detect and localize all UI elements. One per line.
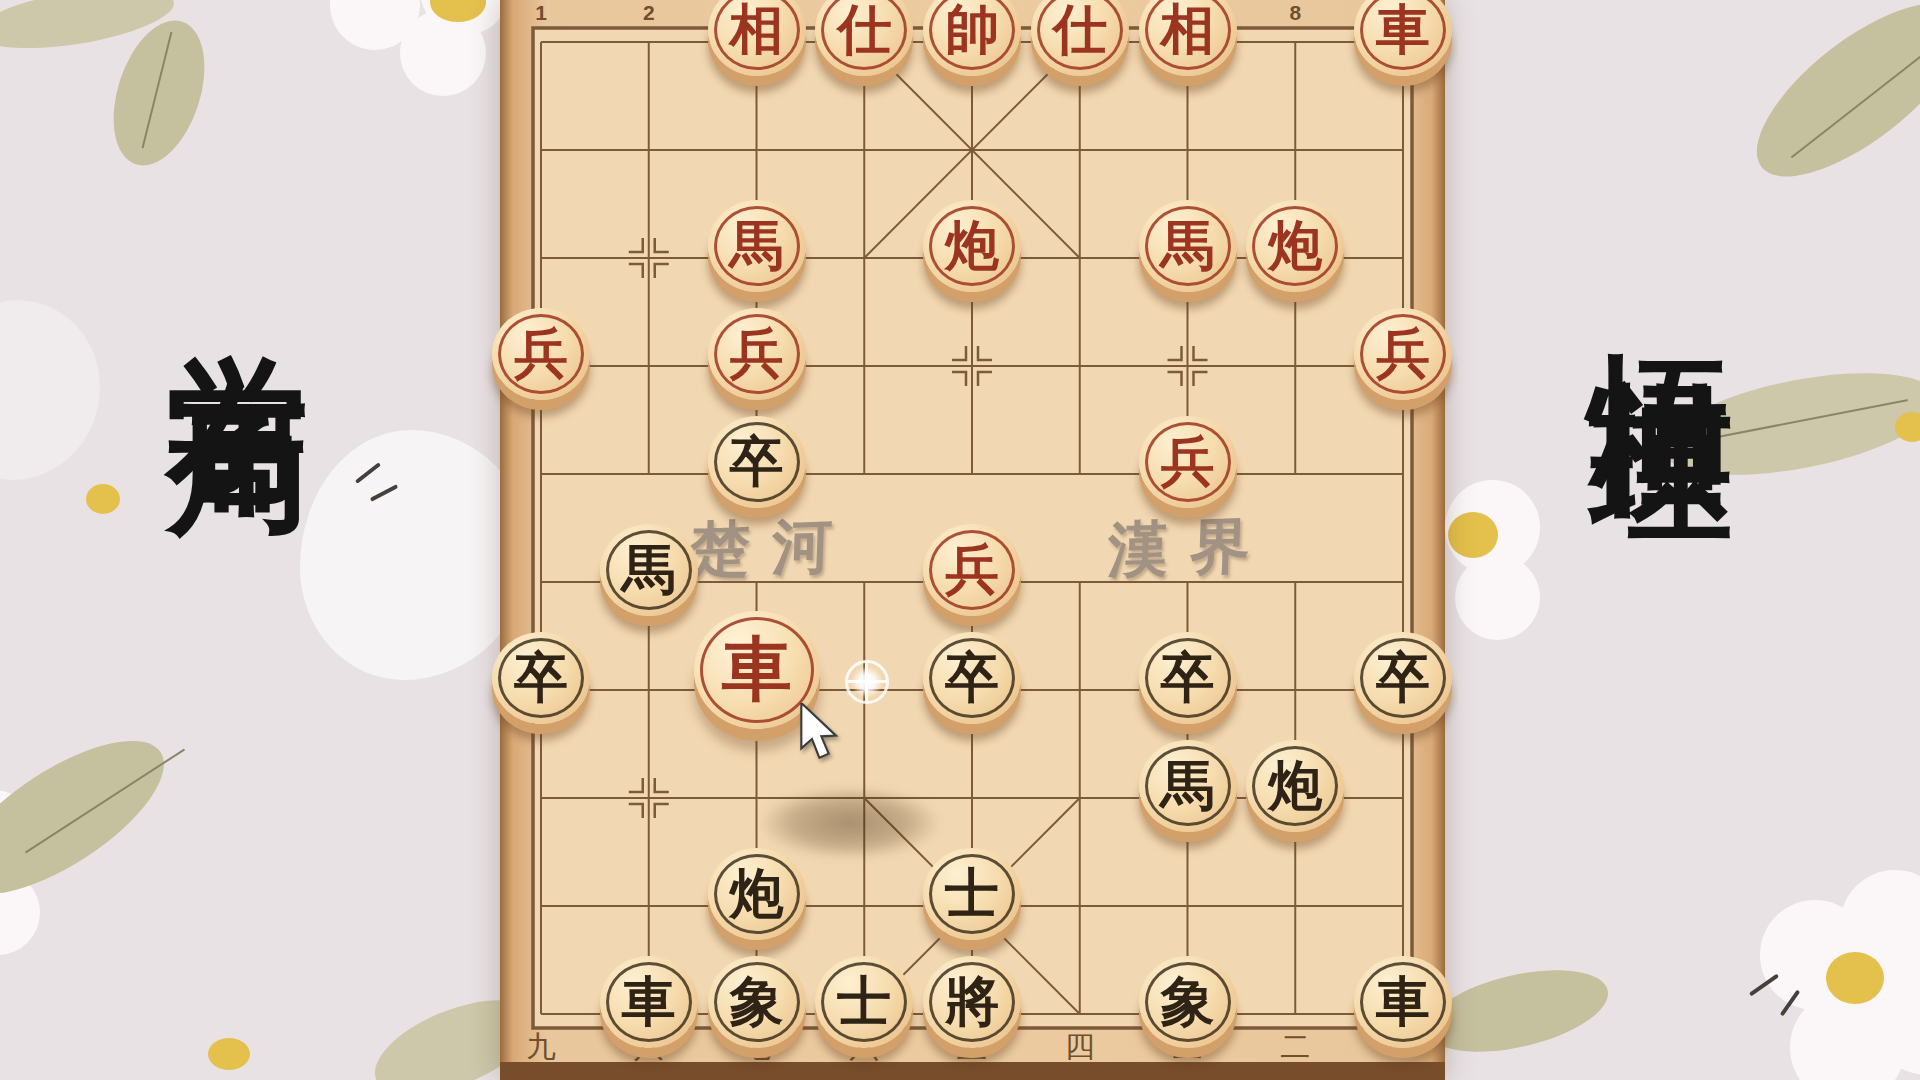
piece-glyph: 兵	[708, 308, 806, 400]
piece-red-仕[interactable]: 仕	[815, 0, 913, 76]
flower-center-dot	[1826, 952, 1884, 1004]
piece-glyph: 帥	[923, 0, 1021, 76]
piece-red-車[interactable]: 車	[1354, 0, 1452, 76]
piece-black-卒[interactable]: 卒	[1354, 632, 1452, 724]
piece-glyph: 卒	[923, 632, 1021, 724]
piece-glyph: 兵	[1354, 308, 1452, 400]
piece-glyph: 炮	[708, 848, 806, 940]
mouse-cursor-icon	[800, 703, 840, 759]
file-label-bottom-8: 二	[1280, 1027, 1310, 1068]
piece-red-相[interactable]: 相	[1139, 0, 1237, 76]
leaf-decoration	[1731, 0, 1920, 206]
piece-glyph: 車	[1354, 956, 1452, 1048]
piece-glyph: 炮	[1246, 740, 1344, 832]
piece-glyph: 仕	[815, 0, 913, 76]
yellow-dot	[208, 1038, 250, 1070]
screenshot-stage: 学布局 悟棋理 楚河 漢界 123456789九八七六五四三二一 相 仕 帥 仕…	[0, 0, 1920, 1080]
piece-black-士[interactable]: 士	[923, 848, 1021, 940]
piece-glyph: 卒	[708, 416, 806, 508]
piece-red-馬[interactable]: 馬	[1139, 200, 1237, 292]
piece-red-兵[interactable]: 兵	[923, 524, 1021, 616]
piece-red-炮[interactable]: 炮	[923, 200, 1021, 292]
piece-red-兵[interactable]: 兵	[1354, 308, 1452, 400]
piece-glyph: 車	[1354, 0, 1452, 76]
right-title: 悟棋理	[1592, 238, 1734, 322]
flower-center-dot	[1448, 512, 1498, 558]
river-text-right: 漢界	[1106, 505, 1273, 592]
piece-red-兵[interactable]: 兵	[1139, 416, 1237, 508]
piece-glyph: 將	[923, 956, 1021, 1048]
piece-glyph: 馬	[1139, 740, 1237, 832]
file-label-top-2: 2	[643, 1, 655, 25]
piece-black-炮[interactable]: 炮	[708, 848, 806, 940]
left-title: 学布局	[168, 238, 310, 322]
piece-black-象[interactable]: 象	[708, 956, 806, 1048]
file-label-bottom-6: 四	[1065, 1027, 1095, 1068]
piece-red-馬[interactable]: 馬	[708, 200, 806, 292]
yellow-dot	[86, 484, 120, 514]
piece-glyph: 兵	[1139, 416, 1237, 508]
piece-glyph: 炮	[1246, 200, 1344, 292]
flower-petal	[1455, 555, 1540, 640]
piece-black-馬[interactable]: 馬	[600, 524, 698, 616]
piece-glyph: 卒	[1354, 632, 1452, 724]
file-label-bottom-1: 九	[526, 1027, 556, 1068]
piece-black-卒[interactable]: 卒	[1139, 632, 1237, 724]
piece-black-卒[interactable]: 卒	[923, 632, 1021, 724]
piece-glyph: 士	[923, 848, 1021, 940]
piece-black-士[interactable]: 士	[815, 956, 913, 1048]
file-label-top-8: 8	[1289, 1, 1301, 25]
piece-red-兵[interactable]: 兵	[492, 308, 590, 400]
piece-black-卒[interactable]: 卒	[708, 416, 806, 508]
piece-black-卒[interactable]: 卒	[492, 632, 590, 724]
cloud-blob	[0, 300, 100, 480]
piece-glyph: 兵	[492, 308, 590, 400]
piece-glyph: 車	[600, 956, 698, 1048]
piece-red-炮[interactable]: 炮	[1246, 200, 1344, 292]
move-highlight-sparkle	[845, 660, 889, 704]
piece-glyph: 相	[708, 0, 806, 76]
piece-red-帥[interactable]: 帥	[923, 0, 1021, 76]
piece-glyph: 兵	[923, 524, 1021, 616]
piece-red-仕[interactable]: 仕	[1031, 0, 1129, 76]
piece-glyph: 士	[815, 956, 913, 1048]
piece-black-炮[interactable]: 炮	[1246, 740, 1344, 832]
piece-glyph: 炮	[923, 200, 1021, 292]
piece-glyph: 卒	[492, 632, 590, 724]
piece-glyph: 仕	[1031, 0, 1129, 76]
piece-glyph: 馬	[708, 200, 806, 292]
piece-red-兵[interactable]: 兵	[708, 308, 806, 400]
piece-black-將[interactable]: 將	[923, 956, 1021, 1048]
piece-black-象[interactable]: 象	[1139, 956, 1237, 1048]
file-label-top-1: 1	[535, 1, 547, 25]
piece-glyph: 象	[1139, 956, 1237, 1048]
piece-glyph: 象	[708, 956, 806, 1048]
piece-black-車[interactable]: 車	[600, 956, 698, 1048]
piece-red-相[interactable]: 相	[708, 0, 806, 76]
piece-glyph: 相	[1139, 0, 1237, 76]
river-text-left: 楚河	[688, 505, 855, 592]
piece-black-車[interactable]: 車	[1354, 956, 1452, 1048]
piece-black-馬[interactable]: 馬	[1139, 740, 1237, 832]
piece-glyph: 卒	[1139, 632, 1237, 724]
piece-glyph: 馬	[1139, 200, 1237, 292]
piece-glyph: 馬	[600, 524, 698, 616]
